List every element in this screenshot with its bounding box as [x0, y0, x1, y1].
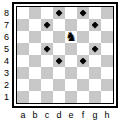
file-label-g: g [89, 110, 101, 121]
square-b4[interactable] [29, 55, 41, 67]
square-f1[interactable] [77, 91, 89, 103]
move-marker-d8 [56, 10, 63, 17]
square-e8[interactable] [65, 7, 77, 19]
move-marker-d4 [56, 58, 63, 65]
square-c5[interactable] [41, 43, 53, 55]
board-frame: ♞ [12, 2, 118, 108]
square-b7[interactable] [29, 19, 41, 31]
square-c4[interactable] [41, 55, 53, 67]
square-h4[interactable] [101, 55, 113, 67]
square-h1[interactable] [101, 91, 113, 103]
square-d1[interactable] [53, 91, 65, 103]
square-b5[interactable] [29, 43, 41, 55]
square-e6[interactable]: ♞ [65, 31, 77, 43]
square-d7[interactable] [53, 19, 65, 31]
square-b1[interactable] [29, 91, 41, 103]
file-label-h: h [101, 110, 113, 121]
square-c3[interactable] [41, 67, 53, 79]
file-label-d: d [53, 110, 65, 121]
square-a4[interactable] [17, 55, 29, 67]
square-c1[interactable] [41, 91, 53, 103]
square-g2[interactable] [89, 79, 101, 91]
move-marker-g7 [92, 22, 99, 29]
square-a5[interactable] [17, 43, 29, 55]
rank-label-6: 6 [0, 31, 11, 43]
square-b6[interactable] [29, 31, 41, 43]
board-inner: ♞ [16, 6, 114, 104]
square-g8[interactable] [89, 7, 101, 19]
square-f2[interactable] [77, 79, 89, 91]
move-marker-c5 [44, 46, 51, 53]
board-squares: ♞ [17, 7, 113, 103]
file-label-c: c [41, 110, 53, 121]
square-c6[interactable] [41, 31, 53, 43]
square-f4[interactable] [77, 55, 89, 67]
rank-label-8: 8 [0, 7, 11, 19]
square-h8[interactable] [101, 7, 113, 19]
square-f8[interactable] [77, 7, 89, 19]
move-marker-f8 [80, 10, 87, 17]
square-a1[interactable] [17, 91, 29, 103]
square-f3[interactable] [77, 67, 89, 79]
square-a3[interactable] [17, 67, 29, 79]
square-e4[interactable] [65, 55, 77, 67]
black-knight: ♞ [65, 31, 77, 43]
square-a6[interactable] [17, 31, 29, 43]
square-c2[interactable] [41, 79, 53, 91]
square-h5[interactable] [101, 43, 113, 55]
rank-label-1: 1 [0, 91, 11, 103]
square-e1[interactable] [65, 91, 77, 103]
square-e5[interactable] [65, 43, 77, 55]
square-d4[interactable] [53, 55, 65, 67]
square-h6[interactable] [101, 31, 113, 43]
square-b3[interactable] [29, 67, 41, 79]
rank-label-4: 4 [0, 55, 11, 67]
rank-labels: 87654321 [0, 7, 11, 103]
move-marker-f4 [80, 58, 87, 65]
square-f5[interactable] [77, 43, 89, 55]
square-d3[interactable] [53, 67, 65, 79]
square-g7[interactable] [89, 19, 101, 31]
square-f6[interactable] [77, 31, 89, 43]
square-g3[interactable] [89, 67, 101, 79]
square-g5[interactable] [89, 43, 101, 55]
square-c8[interactable] [41, 7, 53, 19]
square-g1[interactable] [89, 91, 101, 103]
square-b2[interactable] [29, 79, 41, 91]
chess-diagram: 87654321 ♞ abcdefgh [0, 0, 120, 125]
rank-label-3: 3 [0, 67, 11, 79]
square-g6[interactable] [89, 31, 101, 43]
square-a8[interactable] [17, 7, 29, 19]
file-labels: abcdefgh [17, 110, 113, 121]
move-marker-c7 [44, 22, 51, 29]
square-d8[interactable] [53, 7, 65, 19]
rank-label-2: 2 [0, 79, 11, 91]
square-a2[interactable] [17, 79, 29, 91]
file-label-a: a [17, 110, 29, 121]
square-h3[interactable] [101, 67, 113, 79]
square-h2[interactable] [101, 79, 113, 91]
square-d6[interactable] [53, 31, 65, 43]
square-e2[interactable] [65, 79, 77, 91]
file-label-e: e [65, 110, 77, 121]
square-g4[interactable] [89, 55, 101, 67]
move-marker-g5 [92, 46, 99, 53]
rank-label-7: 7 [0, 19, 11, 31]
square-e3[interactable] [65, 67, 77, 79]
square-b8[interactable] [29, 7, 41, 19]
rank-label-5: 5 [0, 43, 11, 55]
square-c7[interactable] [41, 19, 53, 31]
file-label-b: b [29, 110, 41, 121]
square-h7[interactable] [101, 19, 113, 31]
file-label-f: f [77, 110, 89, 121]
square-d5[interactable] [53, 43, 65, 55]
square-d2[interactable] [53, 79, 65, 91]
square-a7[interactable] [17, 19, 29, 31]
square-f7[interactable] [77, 19, 89, 31]
